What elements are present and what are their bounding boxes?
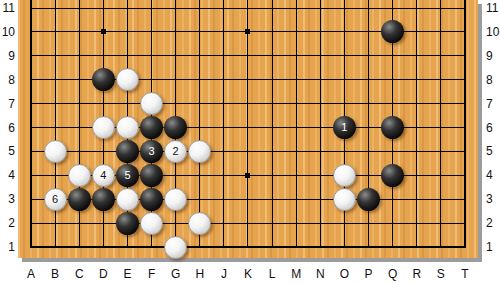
stone-black-E4[interactable]: 5 xyxy=(116,164,139,187)
stone-white-B3[interactable]: 6 xyxy=(44,188,67,211)
row-label-right-11: 11 xyxy=(486,0,500,16)
col-label-G: G xyxy=(165,266,187,282)
move-number-3: 3 xyxy=(148,146,154,157)
stone-black-Q6[interactable] xyxy=(381,116,404,139)
col-label-L: L xyxy=(261,266,283,282)
col-label-K: K xyxy=(237,266,259,282)
stone-white-C4[interactable] xyxy=(68,164,91,187)
stone-white-B5[interactable] xyxy=(44,140,67,163)
row-label-left-5: 5 xyxy=(0,143,15,159)
grid-line-v-C xyxy=(79,0,80,248)
grid-line-v-A xyxy=(30,0,32,248)
row-label-right-9: 9 xyxy=(486,48,500,64)
stone-black-F3[interactable] xyxy=(140,188,163,211)
row-label-left-6: 6 xyxy=(0,120,15,136)
stone-black-F6[interactable] xyxy=(140,116,163,139)
row-label-right-3: 3 xyxy=(486,191,500,207)
col-label-S: S xyxy=(430,266,452,282)
grid-line-v-B xyxy=(55,0,56,248)
stone-black-G6[interactable] xyxy=(164,116,187,139)
move-number-2: 2 xyxy=(173,146,179,157)
grid-line-v-T xyxy=(464,0,466,248)
stone-white-D6[interactable] xyxy=(92,116,115,139)
stone-white-E3[interactable] xyxy=(116,188,139,211)
grid-line-v-N xyxy=(320,0,321,248)
stone-white-E6[interactable] xyxy=(116,116,139,139)
col-label-P: P xyxy=(358,266,380,282)
stone-white-E8[interactable] xyxy=(116,68,139,91)
row-label-left-11: 11 xyxy=(0,0,15,16)
go-board[interactable]: 351246 xyxy=(18,0,478,258)
stone-black-Q10[interactable] xyxy=(381,20,404,43)
col-label-F: F xyxy=(141,266,163,282)
stone-black-E5[interactable] xyxy=(116,140,139,163)
col-label-N: N xyxy=(309,266,331,282)
grid-line-v-P xyxy=(368,0,369,248)
stone-black-P3[interactable] xyxy=(357,188,380,211)
row-label-right-8: 8 xyxy=(486,72,500,88)
row-label-left-3: 3 xyxy=(0,191,15,207)
grid-line-v-H xyxy=(199,0,200,248)
grid-line-v-J xyxy=(223,0,224,248)
col-label-C: C xyxy=(68,266,90,282)
stone-black-D8[interactable] xyxy=(92,68,115,91)
go-diagram: 351246 11111010998877665544332211ABCDEFG… xyxy=(0,0,500,284)
stone-black-F4[interactable] xyxy=(140,164,163,187)
row-label-left-9: 9 xyxy=(0,48,15,64)
col-label-A: A xyxy=(20,266,42,282)
stone-white-F2[interactable] xyxy=(140,212,163,235)
col-label-H: H xyxy=(189,266,211,282)
row-label-left-2: 2 xyxy=(0,215,15,231)
stone-white-G3[interactable] xyxy=(164,188,187,211)
star-point-K4 xyxy=(245,173,250,178)
stone-white-D4[interactable]: 4 xyxy=(92,164,115,187)
stone-white-O4[interactable] xyxy=(333,164,356,187)
grid-line-v-K xyxy=(247,0,248,248)
stone-black-F5[interactable]: 3 xyxy=(140,140,163,163)
stone-white-G5[interactable]: 2 xyxy=(164,140,187,163)
col-label-T: T xyxy=(454,266,476,282)
stone-black-D3[interactable] xyxy=(92,188,115,211)
move-number-5: 5 xyxy=(124,170,130,181)
move-number-4: 4 xyxy=(100,170,106,181)
col-label-R: R xyxy=(406,266,428,282)
stone-black-E2[interactable] xyxy=(116,212,139,235)
row-label-left-8: 8 xyxy=(0,72,15,88)
row-label-right-7: 7 xyxy=(486,96,500,112)
col-label-D: D xyxy=(92,266,114,282)
row-label-left-1: 1 xyxy=(0,239,15,255)
grid-line-v-R xyxy=(416,0,417,248)
row-label-left-7: 7 xyxy=(0,96,15,112)
stone-black-C3[interactable] xyxy=(68,188,91,211)
col-label-M: M xyxy=(285,266,307,282)
col-label-O: O xyxy=(333,266,355,282)
row-label-right-2: 2 xyxy=(486,215,500,231)
star-point-D10 xyxy=(101,29,106,34)
stone-white-H2[interactable] xyxy=(188,212,211,235)
stone-white-F7[interactable] xyxy=(140,92,163,115)
row-label-right-6: 6 xyxy=(486,120,500,136)
row-label-right-1: 1 xyxy=(486,239,500,255)
move-number-1: 1 xyxy=(341,122,347,133)
row-label-left-10: 10 xyxy=(0,24,15,40)
stone-white-H5[interactable] xyxy=(188,140,211,163)
stone-black-O6[interactable]: 1 xyxy=(333,116,356,139)
row-label-right-4: 4 xyxy=(486,167,500,183)
grid-line-v-L xyxy=(272,0,273,248)
col-label-E: E xyxy=(116,266,138,282)
row-label-left-4: 4 xyxy=(0,167,15,183)
col-label-Q: Q xyxy=(382,266,404,282)
grid-line-v-M xyxy=(296,0,297,248)
move-number-6: 6 xyxy=(52,194,58,205)
row-label-right-5: 5 xyxy=(486,143,500,159)
stone-white-G1[interactable] xyxy=(164,236,187,259)
row-label-right-10: 10 xyxy=(486,24,500,40)
stone-black-Q4[interactable] xyxy=(381,164,404,187)
grid-line-v-S xyxy=(440,0,441,248)
star-point-K10 xyxy=(245,29,250,34)
stone-white-O3[interactable] xyxy=(333,188,356,211)
col-label-J: J xyxy=(213,266,235,282)
col-label-B: B xyxy=(44,266,66,282)
